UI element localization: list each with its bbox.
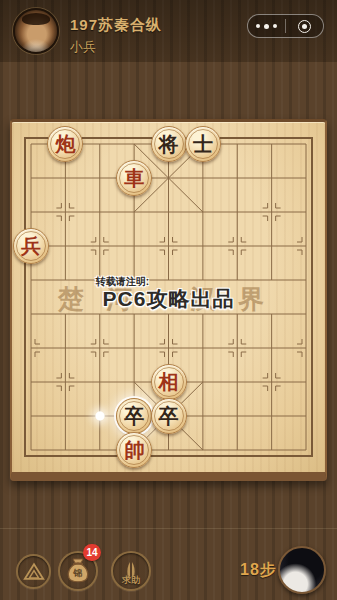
more-button[interactable]: [248, 15, 285, 37]
piece-red[interactable]: 相: [151, 364, 187, 400]
steps-counter: 18步: [240, 560, 277, 581]
chevron-pyramid-icon: [23, 562, 45, 581]
piece-red[interactable]: 帥: [116, 432, 152, 468]
xiangqi-board[interactable]: 楚河 汉界 转载请注明: PC6攻略出品 炮将士車兵相卒卒帥: [10, 119, 327, 481]
piece-black[interactable]: 将: [151, 126, 187, 162]
piece-black[interactable]: 士: [185, 126, 221, 162]
puzzle-rank-label: 小兵: [70, 38, 96, 56]
piece-red[interactable]: 兵: [13, 228, 49, 264]
piece-red[interactable]: 車: [116, 160, 152, 196]
mini-program-icon: [298, 20, 311, 33]
piece-black[interactable]: 卒: [116, 398, 152, 434]
menu-button[interactable]: [16, 554, 51, 589]
puzzle-character-avatar: [13, 8, 59, 54]
xiangqi-app-screen: { "header": { "title": "197苏秦合纵", "subti…: [0, 0, 337, 600]
more-icon: [264, 24, 269, 29]
piece-black[interactable]: 卒: [151, 398, 187, 434]
bag-badge: 14: [83, 544, 101, 561]
puzzle-title: 197苏秦合纵: [70, 16, 162, 35]
player-avatar[interactable]: [278, 546, 326, 594]
watermark: 转载请注明: PC6攻略出品: [12, 277, 325, 310]
more-icon: [256, 24, 260, 28]
help-label: 求助: [122, 574, 140, 587]
more-icon: [273, 24, 277, 28]
help-button[interactable]: 求助: [111, 551, 151, 591]
bag-label: 锦: [74, 566, 83, 579]
footer-divider: [0, 528, 337, 529]
close-miniprogram-button[interactable]: [286, 15, 323, 37]
watermark-brand: PC6攻略出品: [12, 288, 325, 310]
wechat-capsule: [247, 14, 324, 38]
last-move-origin-marker: [95, 411, 105, 421]
watermark-note: 转载请注明:: [0, 277, 279, 288]
